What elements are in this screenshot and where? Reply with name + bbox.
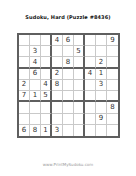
- sudoku-cell-r6c1: 7: [19, 91, 30, 102]
- sudoku-cell-r6c4: [52, 91, 63, 102]
- sudoku-cell-r1c7: [85, 35, 96, 46]
- sudoku-cell-r4c9: [107, 69, 118, 80]
- sudoku-cell-r6c5: [63, 91, 74, 102]
- sudoku-cell-r1c8: [96, 35, 107, 46]
- sudoku-cell-r5c9: [107, 80, 118, 91]
- sudoku-cell-r8c1: [19, 114, 30, 125]
- sudoku-board: 4693548262412483715896813: [17, 33, 120, 138]
- sudoku-cell-r8c7: [85, 114, 96, 125]
- sudoku-cell-r7c4: [52, 102, 63, 113]
- sudoku-cell-r5c3: 4: [41, 80, 52, 91]
- sudoku-cell-r4c4: 2: [52, 69, 63, 80]
- sudoku-cell-r2c2: 3: [30, 46, 41, 57]
- sudoku-cell-r9c5: [63, 125, 74, 136]
- sudoku-cell-r7c2: [30, 102, 41, 113]
- sudoku-cell-r3c1: [19, 57, 30, 68]
- sudoku-cell-r9c9: [107, 125, 118, 136]
- sudoku-cell-r3c7: [85, 57, 96, 68]
- sudoku-cell-r3c8: 2: [96, 57, 107, 68]
- sudoku-cell-r8c5: [63, 114, 74, 125]
- sudoku-cell-r6c7: [85, 91, 96, 102]
- sudoku-cell-r6c2: 1: [30, 91, 41, 102]
- sudoku-cell-r1c6: [74, 35, 85, 46]
- sudoku-cell-r7c9: 8: [107, 102, 118, 113]
- sudoku-cell-r1c9: 9: [107, 35, 118, 46]
- sudoku-cell-r9c8: [96, 125, 107, 136]
- sudoku-cell-r6c8: [96, 91, 107, 102]
- sudoku-cell-r8c4: [52, 114, 63, 125]
- page: Sudoku, Hard (Puzzle #8436) 469354826241…: [0, 0, 136, 176]
- sudoku-cell-r4c2: 6: [30, 69, 41, 80]
- sudoku-cell-r3c3: [41, 57, 52, 68]
- sudoku-cell-r9c1: 6: [19, 125, 30, 136]
- sudoku-cell-r4c6: [74, 69, 85, 80]
- sudoku-cell-r4c8: 1: [96, 69, 107, 80]
- sudoku-cell-r3c6: [74, 57, 85, 68]
- page-title: Sudoku, Hard (Puzzle #8436): [0, 14, 136, 21]
- sudoku-cell-r7c7: [85, 102, 96, 113]
- sudoku-cell-r7c1: [19, 102, 30, 113]
- sudoku-cell-r8c8: 9: [96, 114, 107, 125]
- sudoku-cell-r4c7: 4: [85, 69, 96, 80]
- sudoku-cell-r5c4: 8: [52, 80, 63, 91]
- sudoku-cell-r2c6: 5: [74, 46, 85, 57]
- sudoku-cell-r1c5: 6: [63, 35, 74, 46]
- sudoku-cell-r9c3: 1: [41, 125, 52, 136]
- sudoku-cell-r1c4: 4: [52, 35, 63, 46]
- sudoku-cell-r5c1: 2: [19, 80, 30, 91]
- sudoku-cell-r2c1: [19, 46, 30, 57]
- sudoku-cell-r5c2: [30, 80, 41, 91]
- sudoku-cell-r6c6: [74, 91, 85, 102]
- sudoku-cell-r8c9: [107, 114, 118, 125]
- sudoku-cell-r8c6: [74, 114, 85, 125]
- sudoku-cell-r7c6: [74, 102, 85, 113]
- sudoku-cell-r3c2: 4: [30, 57, 41, 68]
- sudoku-cell-r9c4: 3: [52, 125, 63, 136]
- sudoku-cell-r9c2: 8: [30, 125, 41, 136]
- sudoku-cell-r2c4: [52, 46, 63, 57]
- sudoku-cell-r2c8: [96, 46, 107, 57]
- sudoku-cell-r7c8: [96, 102, 107, 113]
- sudoku-cell-r7c3: [41, 102, 52, 113]
- sudoku-cell-r2c5: [63, 46, 74, 57]
- sudoku-cell-r3c9: [107, 57, 118, 68]
- sudoku-cell-r8c3: [41, 114, 52, 125]
- sudoku-cell-r3c4: [52, 57, 63, 68]
- sudoku-cell-r7c5: [63, 102, 74, 113]
- sudoku-cell-r3c5: 8: [63, 57, 74, 68]
- sudoku-cell-r2c9: [107, 46, 118, 57]
- sudoku-cell-r4c5: [63, 69, 74, 80]
- sudoku-cell-r1c2: [30, 35, 41, 46]
- sudoku-cell-r2c7: [85, 46, 96, 57]
- sudoku-cell-r6c9: [107, 91, 118, 102]
- sudoku-cell-r6c3: 5: [41, 91, 52, 102]
- sudoku-cell-r4c3: [41, 69, 52, 80]
- sudoku-cell-r9c7: [85, 125, 96, 136]
- sudoku-cell-r1c3: [41, 35, 52, 46]
- sudoku-cell-r5c8: 3: [96, 80, 107, 91]
- sudoku-cell-r1c1: [19, 35, 30, 46]
- sudoku-cell-r9c6: [74, 125, 85, 136]
- footer-url: www.PrintMySudoku.com: [0, 162, 136, 168]
- sudoku-cell-r2c3: [41, 46, 52, 57]
- sudoku-cell-r5c5: [63, 80, 74, 91]
- sudoku-cell-r5c6: [74, 80, 85, 91]
- sudoku-cell-r4c1: [19, 69, 30, 80]
- sudoku-cell-r8c2: [30, 114, 41, 125]
- sudoku-cell-r5c7: [85, 80, 96, 91]
